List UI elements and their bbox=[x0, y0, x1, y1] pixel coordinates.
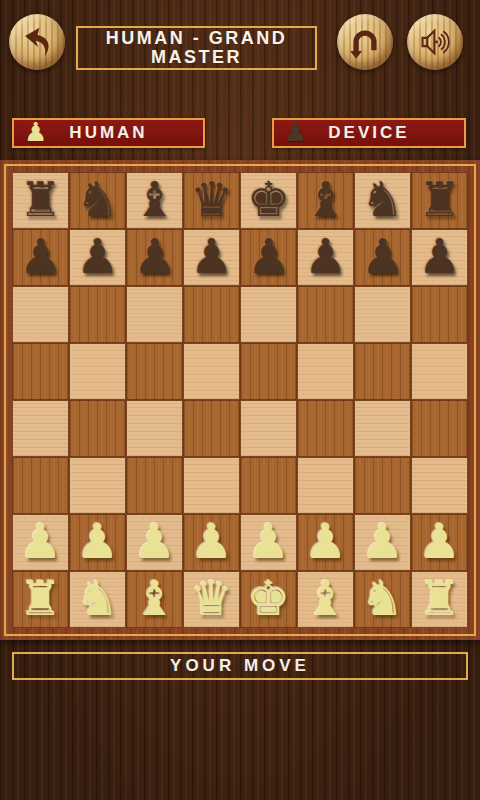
piece-white-bishop[interactable]: ♝ bbox=[133, 574, 176, 622]
square-h4[interactable] bbox=[411, 400, 468, 457]
piece-black-pawn[interactable]: ♟ bbox=[304, 232, 347, 280]
square-h6[interactable] bbox=[411, 286, 468, 343]
piece-black-pawn[interactable]: ♟ bbox=[361, 232, 404, 280]
square-d6[interactable] bbox=[183, 286, 240, 343]
piece-black-bishop[interactable]: ♝ bbox=[304, 175, 347, 223]
square-e1[interactable]: ♚ bbox=[240, 571, 297, 628]
square-c6[interactable] bbox=[126, 286, 183, 343]
square-h5[interactable] bbox=[411, 343, 468, 400]
title-line-2: MASTER bbox=[151, 48, 242, 67]
piece-black-pawn[interactable]: ♟ bbox=[190, 232, 233, 280]
game-mode-title: HUMAN - GRAND MASTER bbox=[76, 26, 317, 70]
square-e7[interactable]: ♟ bbox=[240, 229, 297, 286]
square-e2[interactable]: ♟ bbox=[240, 514, 297, 571]
square-h2[interactable]: ♟ bbox=[411, 514, 468, 571]
square-h7[interactable]: ♟ bbox=[411, 229, 468, 286]
square-e8[interactable]: ♚ bbox=[240, 172, 297, 229]
sound-button[interactable] bbox=[407, 14, 463, 70]
square-d1[interactable]: ♛ bbox=[183, 571, 240, 628]
square-f8[interactable]: ♝ bbox=[297, 172, 354, 229]
undo-icon bbox=[346, 23, 384, 61]
piece-black-pawn[interactable]: ♟ bbox=[19, 232, 62, 280]
piece-black-bishop[interactable]: ♝ bbox=[133, 175, 176, 223]
square-d8[interactable]: ♛ bbox=[183, 172, 240, 229]
square-a6[interactable] bbox=[12, 286, 69, 343]
player-chip-device: ♟ DEVICE bbox=[272, 118, 466, 148]
piece-white-pawn[interactable]: ♟ bbox=[361, 517, 404, 565]
piece-black-pawn[interactable]: ♟ bbox=[418, 232, 461, 280]
square-a4[interactable] bbox=[12, 400, 69, 457]
square-a2[interactable]: ♟ bbox=[12, 514, 69, 571]
square-f1[interactable]: ♝ bbox=[297, 571, 354, 628]
piece-white-king[interactable]: ♚ bbox=[247, 574, 290, 622]
square-f2[interactable]: ♟ bbox=[297, 514, 354, 571]
square-c4[interactable] bbox=[126, 400, 183, 457]
square-d4[interactable] bbox=[183, 400, 240, 457]
square-b6[interactable] bbox=[69, 286, 126, 343]
square-e6[interactable] bbox=[240, 286, 297, 343]
square-f5[interactable] bbox=[297, 343, 354, 400]
piece-white-queen[interactable]: ♛ bbox=[190, 574, 233, 622]
square-g6[interactable] bbox=[354, 286, 411, 343]
piece-white-knight[interactable]: ♞ bbox=[76, 574, 119, 622]
square-d2[interactable]: ♟ bbox=[183, 514, 240, 571]
piece-white-knight[interactable]: ♞ bbox=[361, 574, 404, 622]
piece-white-pawn[interactable]: ♟ bbox=[19, 517, 62, 565]
white-pawn-icon: ♟ bbox=[24, 119, 50, 145]
piece-white-pawn[interactable]: ♟ bbox=[190, 517, 233, 565]
chess-app-screen: HUMAN - GRAND MASTER ♟ HUMAN ♟ DEVICE ♜♞… bbox=[0, 0, 480, 800]
piece-black-queen[interactable]: ♛ bbox=[190, 175, 233, 223]
piece-white-pawn[interactable]: ♟ bbox=[247, 517, 290, 565]
square-b4[interactable] bbox=[69, 400, 126, 457]
undo-button[interactable] bbox=[337, 14, 393, 70]
piece-white-pawn[interactable]: ♟ bbox=[304, 517, 347, 565]
square-g3[interactable] bbox=[354, 457, 411, 514]
square-a8[interactable]: ♜ bbox=[12, 172, 69, 229]
piece-white-pawn[interactable]: ♟ bbox=[133, 517, 176, 565]
piece-black-king[interactable]: ♚ bbox=[247, 175, 290, 223]
speaker-icon bbox=[416, 23, 454, 61]
square-f7[interactable]: ♟ bbox=[297, 229, 354, 286]
black-pawn-icon: ♟ bbox=[284, 119, 310, 145]
square-c7[interactable]: ♟ bbox=[126, 229, 183, 286]
square-a3[interactable] bbox=[12, 457, 69, 514]
square-b2[interactable]: ♟ bbox=[69, 514, 126, 571]
square-b1[interactable]: ♞ bbox=[69, 571, 126, 628]
square-f4[interactable] bbox=[297, 400, 354, 457]
piece-black-knight[interactable]: ♞ bbox=[361, 175, 404, 223]
player-human-label: HUMAN bbox=[69, 123, 147, 143]
square-f3[interactable] bbox=[297, 457, 354, 514]
square-a1[interactable]: ♜ bbox=[12, 571, 69, 628]
piece-black-pawn[interactable]: ♟ bbox=[247, 232, 290, 280]
square-h3[interactable] bbox=[411, 457, 468, 514]
square-g2[interactable]: ♟ bbox=[354, 514, 411, 571]
square-d7[interactable]: ♟ bbox=[183, 229, 240, 286]
square-g8[interactable]: ♞ bbox=[354, 172, 411, 229]
player-device-label: DEVICE bbox=[328, 123, 409, 143]
square-e4[interactable] bbox=[240, 400, 297, 457]
square-b3[interactable] bbox=[69, 457, 126, 514]
square-h1[interactable]: ♜ bbox=[411, 571, 468, 628]
square-b8[interactable]: ♞ bbox=[69, 172, 126, 229]
square-e5[interactable] bbox=[240, 343, 297, 400]
square-b7[interactable]: ♟ bbox=[69, 229, 126, 286]
piece-black-rook[interactable]: ♜ bbox=[19, 175, 62, 223]
square-c3[interactable] bbox=[126, 457, 183, 514]
piece-white-rook[interactable]: ♜ bbox=[418, 574, 461, 622]
piece-black-pawn[interactable]: ♟ bbox=[133, 232, 176, 280]
back-button[interactable] bbox=[9, 14, 65, 70]
piece-white-pawn[interactable]: ♟ bbox=[418, 517, 461, 565]
chess-board[interactable]: ♜♞♝♛♚♝♞♜♟♟♟♟♟♟♟♟♟♟♟♟♟♟♟♟♜♞♝♛♚♝♞♜ bbox=[12, 172, 468, 628]
piece-white-pawn[interactable]: ♟ bbox=[76, 517, 119, 565]
square-g5[interactable] bbox=[354, 343, 411, 400]
square-c8[interactable]: ♝ bbox=[126, 172, 183, 229]
piece-white-bishop[interactable]: ♝ bbox=[304, 574, 347, 622]
status-bar: YOUR MOVE bbox=[12, 652, 468, 680]
square-f6[interactable] bbox=[297, 286, 354, 343]
square-a5[interactable] bbox=[12, 343, 69, 400]
piece-white-rook[interactable]: ♜ bbox=[19, 574, 62, 622]
status-message: YOUR MOVE bbox=[170, 656, 310, 676]
square-c2[interactable]: ♟ bbox=[126, 514, 183, 571]
player-chip-human: ♟ HUMAN bbox=[12, 118, 205, 148]
square-g1[interactable]: ♞ bbox=[354, 571, 411, 628]
square-a7[interactable]: ♟ bbox=[12, 229, 69, 286]
square-h8[interactable]: ♜ bbox=[411, 172, 468, 229]
square-d3[interactable] bbox=[183, 457, 240, 514]
chess-board-frame: ♜♞♝♛♚♝♞♜♟♟♟♟♟♟♟♟♟♟♟♟♟♟♟♟♜♞♝♛♚♝♞♜ bbox=[0, 160, 480, 640]
title-line-1: HUMAN - GRAND bbox=[106, 29, 287, 48]
square-c5[interactable] bbox=[126, 343, 183, 400]
square-b5[interactable] bbox=[69, 343, 126, 400]
square-e3[interactable] bbox=[240, 457, 297, 514]
square-d5[interactable] bbox=[183, 343, 240, 400]
piece-black-rook[interactable]: ♜ bbox=[418, 175, 461, 223]
piece-black-knight[interactable]: ♞ bbox=[76, 175, 119, 223]
square-g7[interactable]: ♟ bbox=[354, 229, 411, 286]
square-g4[interactable] bbox=[354, 400, 411, 457]
piece-black-pawn[interactable]: ♟ bbox=[76, 232, 119, 280]
square-c1[interactable]: ♝ bbox=[126, 571, 183, 628]
back-arrow-icon bbox=[18, 23, 56, 61]
